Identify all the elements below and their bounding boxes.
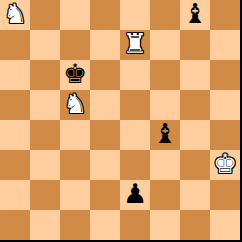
square-a6[interactable] (0, 60, 30, 90)
square-d4[interactable] (90, 120, 120, 150)
square-h5[interactable] (210, 90, 240, 120)
square-g2[interactable] (180, 180, 210, 210)
square-b7[interactable] (30, 30, 60, 60)
square-a5[interactable] (0, 90, 30, 120)
square-b2[interactable] (30, 180, 60, 210)
square-d2[interactable] (90, 180, 120, 210)
square-e8[interactable] (120, 0, 150, 30)
white-knight[interactable]: ♞ (3, 0, 27, 29)
square-f2[interactable] (150, 180, 180, 210)
square-b5[interactable] (30, 90, 60, 120)
square-b6[interactable] (30, 60, 60, 90)
square-e5[interactable] (120, 90, 150, 120)
square-e4[interactable] (120, 120, 150, 150)
black-bishop[interactable]: ♝ (183, 0, 207, 29)
square-c5[interactable]: ♞ (60, 90, 90, 120)
square-f6[interactable] (150, 60, 180, 90)
square-h4[interactable] (210, 120, 240, 150)
square-c8[interactable] (60, 0, 90, 30)
square-f7[interactable] (150, 30, 180, 60)
square-b3[interactable] (30, 150, 60, 180)
square-d5[interactable] (90, 90, 120, 120)
square-c1[interactable] (60, 210, 90, 240)
square-d6[interactable] (90, 60, 120, 90)
square-d7[interactable] (90, 30, 120, 60)
square-f3[interactable] (150, 150, 180, 180)
square-d3[interactable] (90, 150, 120, 180)
square-a8[interactable]: ♞ (0, 0, 30, 30)
white-knight[interactable]: ♞ (63, 90, 87, 119)
board-frame: ♞♝♜♚♞♝♚♟ (0, 0, 242, 242)
square-d8[interactable] (90, 0, 120, 30)
square-h1[interactable] (210, 210, 240, 240)
square-e7[interactable]: ♜ (120, 30, 150, 60)
square-c7[interactable] (60, 30, 90, 60)
square-h8[interactable] (210, 0, 240, 30)
square-g3[interactable] (180, 150, 210, 180)
square-h6[interactable] (210, 60, 240, 90)
white-king[interactable]: ♚ (213, 150, 237, 179)
square-g8[interactable]: ♝ (180, 0, 210, 30)
square-a1[interactable] (0, 210, 30, 240)
square-c6[interactable]: ♚ (60, 60, 90, 90)
square-a2[interactable] (0, 180, 30, 210)
square-a4[interactable] (0, 120, 30, 150)
square-f5[interactable] (150, 90, 180, 120)
square-e1[interactable] (120, 210, 150, 240)
square-c2[interactable] (60, 180, 90, 210)
square-e3[interactable] (120, 150, 150, 180)
black-king[interactable]: ♚ (63, 60, 87, 89)
black-pawn[interactable]: ♟ (123, 180, 147, 209)
square-e6[interactable] (120, 60, 150, 90)
square-a7[interactable] (0, 30, 30, 60)
square-a3[interactable] (0, 150, 30, 180)
square-f4[interactable]: ♝ (150, 120, 180, 150)
square-d1[interactable] (90, 210, 120, 240)
square-c4[interactable] (60, 120, 90, 150)
square-g7[interactable] (180, 30, 210, 60)
square-h7[interactable] (210, 30, 240, 60)
square-b8[interactable] (30, 0, 60, 30)
chess-board: ♞♝♜♚♞♝♚♟ (0, 0, 240, 240)
square-b4[interactable] (30, 120, 60, 150)
square-h3[interactable]: ♚ (210, 150, 240, 180)
square-f8[interactable] (150, 0, 180, 30)
black-bishop[interactable]: ♝ (153, 120, 177, 149)
square-h2[interactable] (210, 180, 240, 210)
square-b1[interactable] (30, 210, 60, 240)
square-e2[interactable]: ♟ (120, 180, 150, 210)
white-rook[interactable]: ♜ (123, 30, 147, 59)
square-g5[interactable] (180, 90, 210, 120)
square-c3[interactable] (60, 150, 90, 180)
square-g4[interactable] (180, 120, 210, 150)
square-g6[interactable] (180, 60, 210, 90)
square-g1[interactable] (180, 210, 210, 240)
square-f1[interactable] (150, 210, 180, 240)
